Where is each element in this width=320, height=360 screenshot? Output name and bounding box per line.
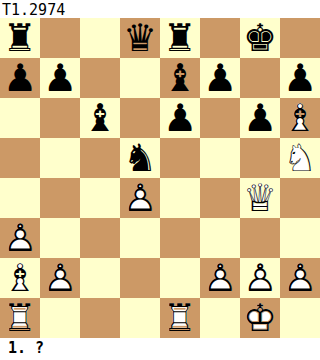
square-d8[interactable]: ♛	[120, 18, 160, 58]
square-c4[interactable]	[80, 178, 120, 218]
square-c7[interactable]	[80, 58, 120, 98]
piece-black-pawn: ♟	[240, 98, 280, 138]
square-d2[interactable]	[120, 258, 160, 298]
square-d6[interactable]	[120, 98, 160, 138]
piece-white-pawn: ♙	[240, 258, 280, 298]
square-g5[interactable]	[240, 138, 280, 178]
piece-white-fill: ♜	[160, 298, 200, 338]
square-a4[interactable]	[0, 178, 40, 218]
square-f1[interactable]	[200, 298, 240, 338]
square-b5[interactable]	[40, 138, 80, 178]
square-c3[interactable]	[80, 218, 120, 258]
square-f5[interactable]	[200, 138, 240, 178]
piece-black-king: ♚	[240, 18, 280, 58]
piece-black-pawn: ♟	[0, 58, 40, 98]
square-h1[interactable]	[280, 298, 320, 338]
square-g2[interactable]: ♟♙	[240, 258, 280, 298]
square-h2[interactable]: ♟♙	[280, 258, 320, 298]
square-h4[interactable]	[280, 178, 320, 218]
square-e6[interactable]: ♟	[160, 98, 200, 138]
square-c2[interactable]	[80, 258, 120, 298]
square-a1[interactable]: ♜♖	[0, 298, 40, 338]
square-c8[interactable]	[80, 18, 120, 58]
piece-white-bishop: ♗	[280, 98, 320, 138]
square-g1[interactable]: ♚♔	[240, 298, 280, 338]
piece-black-pawn: ♟	[160, 98, 200, 138]
piece-white-fill: ♟	[0, 218, 40, 258]
square-a8[interactable]: ♜	[0, 18, 40, 58]
square-b8[interactable]	[40, 18, 80, 58]
square-b7[interactable]: ♟	[40, 58, 80, 98]
square-g6[interactable]: ♟	[240, 98, 280, 138]
square-b3[interactable]	[40, 218, 80, 258]
square-d1[interactable]	[120, 298, 160, 338]
piece-white-fill: ♜	[0, 298, 40, 338]
piece-black-pawn: ♟	[200, 58, 240, 98]
square-f3[interactable]	[200, 218, 240, 258]
piece-white-fill: ♚	[240, 298, 280, 338]
square-b4[interactable]	[40, 178, 80, 218]
square-a7[interactable]: ♟	[0, 58, 40, 98]
square-h7[interactable]: ♟	[280, 58, 320, 98]
piece-white-fill: ♟	[240, 258, 280, 298]
piece-black-bishop: ♝	[160, 58, 200, 98]
piece-white-fill: ♛	[240, 178, 280, 218]
square-f7[interactable]: ♟	[200, 58, 240, 98]
piece-black-queen: ♛	[120, 18, 160, 58]
square-b6[interactable]	[40, 98, 80, 138]
square-f6[interactable]	[200, 98, 240, 138]
square-b1[interactable]	[40, 298, 80, 338]
square-c6[interactable]: ♝	[80, 98, 120, 138]
header: T1.2974	[0, 0, 320, 18]
piece-white-pawn: ♙	[40, 258, 80, 298]
piece-white-bishop: ♗	[0, 258, 40, 298]
piece-black-rook: ♜	[0, 18, 40, 58]
piece-black-knight: ♞	[120, 138, 160, 178]
piece-white-pawn: ♙	[200, 258, 240, 298]
square-d5[interactable]: ♞	[120, 138, 160, 178]
square-g4[interactable]: ♛♕	[240, 178, 280, 218]
square-c5[interactable]	[80, 138, 120, 178]
square-g3[interactable]	[240, 218, 280, 258]
piece-white-fill: ♞	[280, 138, 320, 178]
square-h8[interactable]	[280, 18, 320, 58]
square-g7[interactable]	[240, 58, 280, 98]
piece-white-queen: ♕	[240, 178, 280, 218]
piece-white-rook: ♖	[0, 298, 40, 338]
piece-black-bishop: ♝	[80, 98, 120, 138]
square-h5[interactable]: ♞♘	[280, 138, 320, 178]
piece-white-pawn: ♙	[120, 178, 160, 218]
square-e3[interactable]	[160, 218, 200, 258]
piece-white-fill: ♟	[280, 258, 320, 298]
piece-white-pawn: ♙	[0, 218, 40, 258]
footer: 1. ?	[0, 338, 320, 360]
square-f8[interactable]	[200, 18, 240, 58]
square-h6[interactable]: ♝♗	[280, 98, 320, 138]
piece-white-fill: ♟	[120, 178, 160, 218]
square-c1[interactable]	[80, 298, 120, 338]
square-a2[interactable]: ♝♗	[0, 258, 40, 298]
square-a3[interactable]: ♟♙	[0, 218, 40, 258]
square-e8[interactable]: ♜	[160, 18, 200, 58]
square-d3[interactable]	[120, 218, 160, 258]
square-d4[interactable]: ♟♙	[120, 178, 160, 218]
square-e2[interactable]	[160, 258, 200, 298]
chess-board: ♜♛♜♚♟♟♝♟♟♝♟♟♝♗♞♞♘♟♙♛♕♟♙♝♗♟♙♟♙♟♙♟♙♜♖♜♖♚♔	[0, 18, 320, 338]
square-e4[interactable]	[160, 178, 200, 218]
piece-black-rook: ♜	[160, 18, 200, 58]
square-e1[interactable]: ♜♖	[160, 298, 200, 338]
square-f2[interactable]: ♟♙	[200, 258, 240, 298]
square-b2[interactable]: ♟♙	[40, 258, 80, 298]
square-d7[interactable]	[120, 58, 160, 98]
piece-white-fill: ♟	[40, 258, 80, 298]
square-f4[interactable]	[200, 178, 240, 218]
piece-white-fill: ♟	[200, 258, 240, 298]
puzzle-id: T1.2974	[0, 2, 65, 19]
piece-white-knight: ♘	[280, 138, 320, 178]
piece-white-fill: ♝	[0, 258, 40, 298]
piece-white-rook: ♖	[160, 298, 200, 338]
piece-white-king: ♔	[240, 298, 280, 338]
piece-white-pawn: ♙	[280, 258, 320, 298]
square-g8[interactable]: ♚	[240, 18, 280, 58]
square-a5[interactable]	[0, 138, 40, 178]
piece-black-pawn: ♟	[280, 58, 320, 98]
piece-white-fill: ♝	[280, 98, 320, 138]
square-a6[interactable]	[0, 98, 40, 138]
square-h3[interactable]	[280, 218, 320, 258]
square-e5[interactable]	[160, 138, 200, 178]
piece-black-pawn: ♟	[40, 58, 80, 98]
move-prompt: 1. ?	[0, 338, 44, 359]
square-e7[interactable]: ♝	[160, 58, 200, 98]
